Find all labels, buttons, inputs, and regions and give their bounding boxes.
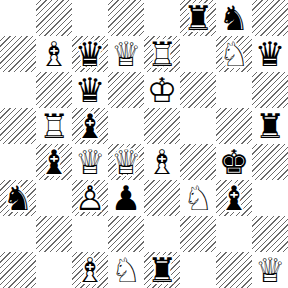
white-knight-piece[interactable]: ♞♘ xyxy=(108,252,144,288)
piece-outline-glyph: ♗ xyxy=(72,252,108,288)
piece-outline-glyph: ♘ xyxy=(108,252,144,288)
black-king-piece[interactable]: ♚♚ xyxy=(216,144,252,180)
square-a8[interactable] xyxy=(0,0,36,36)
piece-outline-glyph: ♝ xyxy=(36,144,72,180)
white-queen-piece[interactable]: ♛♕ xyxy=(252,252,288,288)
piece-outline-glyph: ♚ xyxy=(216,144,252,180)
white-knight-piece[interactable]: ♞♘ xyxy=(216,36,252,72)
white-queen-piece[interactable]: ♛♕ xyxy=(108,144,144,180)
square-f1[interactable] xyxy=(180,252,216,288)
square-e6[interactable]: ♚♔ xyxy=(144,72,180,108)
square-b1[interactable] xyxy=(36,252,72,288)
square-d8[interactable] xyxy=(108,0,144,36)
square-b5[interactable]: ♜♖ xyxy=(36,108,72,144)
square-g4[interactable]: ♚♚ xyxy=(216,144,252,180)
square-b7[interactable]: ♝♗ xyxy=(36,36,72,72)
square-c3[interactable]: ♟♙ xyxy=(72,180,108,216)
square-h4[interactable] xyxy=(252,144,288,180)
square-c6[interactable]: ♛♛ xyxy=(72,72,108,108)
piece-outline-glyph: ♕ xyxy=(252,252,288,288)
piece-outline-glyph: ♔ xyxy=(144,72,180,108)
square-e4[interactable]: ♝♗ xyxy=(144,144,180,180)
square-f8[interactable]: ♜♜ xyxy=(180,0,216,36)
black-bishop-piece[interactable]: ♝♝ xyxy=(36,144,72,180)
black-rook-piece[interactable]: ♜♜ xyxy=(180,0,216,36)
piece-outline-glyph: ♘ xyxy=(180,180,216,216)
square-g8[interactable]: ♞♞ xyxy=(216,0,252,36)
piece-outline-glyph: ♕ xyxy=(72,144,108,180)
square-d4[interactable]: ♛♕ xyxy=(108,144,144,180)
square-b2[interactable] xyxy=(36,216,72,252)
square-c4[interactable]: ♛♕ xyxy=(72,144,108,180)
white-rook-piece[interactable]: ♜♖ xyxy=(36,108,72,144)
square-g1[interactable] xyxy=(216,252,252,288)
piece-outline-glyph: ♘ xyxy=(216,36,252,72)
square-h6[interactable] xyxy=(252,72,288,108)
piece-outline-glyph: ♗ xyxy=(36,36,72,72)
square-d2[interactable] xyxy=(108,216,144,252)
square-b6[interactable] xyxy=(36,72,72,108)
piece-outline-glyph: ♛ xyxy=(72,36,108,72)
black-rook-piece[interactable]: ♜♜ xyxy=(252,108,288,144)
square-f2[interactable] xyxy=(180,216,216,252)
square-e5[interactable] xyxy=(144,108,180,144)
square-d7[interactable]: ♛♕ xyxy=(108,36,144,72)
square-g6[interactable] xyxy=(216,72,252,108)
piece-outline-glyph: ♜ xyxy=(252,108,288,144)
black-rook-piece[interactable]: ♜♜ xyxy=(144,252,180,288)
square-b3[interactable] xyxy=(36,180,72,216)
black-bishop-piece[interactable]: ♝♝ xyxy=(72,108,108,144)
square-c8[interactable] xyxy=(72,0,108,36)
square-d5[interactable] xyxy=(108,108,144,144)
square-a4[interactable] xyxy=(0,144,36,180)
piece-outline-glyph: ♜ xyxy=(144,252,180,288)
square-e8[interactable] xyxy=(144,0,180,36)
square-c1[interactable]: ♝♗ xyxy=(72,252,108,288)
square-c2[interactable] xyxy=(72,216,108,252)
square-b4[interactable]: ♝♝ xyxy=(36,144,72,180)
black-knight-piece[interactable]: ♞♞ xyxy=(216,0,252,36)
square-d3[interactable]: ♟♟ xyxy=(108,180,144,216)
black-bishop-piece[interactable]: ♝♝ xyxy=(216,180,252,216)
square-a2[interactable] xyxy=(0,216,36,252)
black-pawn-piece[interactable]: ♟♟ xyxy=(108,180,144,216)
black-knight-piece[interactable]: ♞♞ xyxy=(0,180,36,216)
piece-outline-glyph: ♖ xyxy=(36,108,72,144)
square-a7[interactable] xyxy=(0,36,36,72)
square-f5[interactable] xyxy=(180,108,216,144)
piece-outline-glyph: ♝ xyxy=(216,180,252,216)
square-h5[interactable]: ♜♜ xyxy=(252,108,288,144)
white-pawn-piece[interactable]: ♟♙ xyxy=(72,180,108,216)
white-bishop-piece[interactable]: ♝♗ xyxy=(72,252,108,288)
square-e3[interactable] xyxy=(144,180,180,216)
piece-outline-glyph: ♛ xyxy=(252,36,288,72)
piece-outline-glyph: ♝ xyxy=(72,108,108,144)
piece-outline-glyph: ♗ xyxy=(144,144,180,180)
square-h7[interactable]: ♛♛ xyxy=(252,36,288,72)
square-h3[interactable] xyxy=(252,180,288,216)
piece-outline-glyph: ♙ xyxy=(72,180,108,216)
white-king-piece[interactable]: ♚♔ xyxy=(144,72,180,108)
piece-outline-glyph: ♕ xyxy=(108,36,144,72)
square-d1[interactable]: ♞♘ xyxy=(108,252,144,288)
square-h1[interactable]: ♛♕ xyxy=(252,252,288,288)
square-g2[interactable] xyxy=(216,216,252,252)
white-rook-piece[interactable]: ♜♖ xyxy=(144,36,180,72)
square-h8[interactable] xyxy=(252,0,288,36)
square-f4[interactable] xyxy=(180,144,216,180)
square-c7[interactable]: ♛♛ xyxy=(72,36,108,72)
square-g5[interactable] xyxy=(216,108,252,144)
black-queen-piece[interactable]: ♛♛ xyxy=(252,36,288,72)
square-f3[interactable]: ♞♘ xyxy=(180,180,216,216)
white-bishop-piece[interactable]: ♝♗ xyxy=(144,144,180,180)
square-b8[interactable] xyxy=(36,0,72,36)
white-queen-piece[interactable]: ♛♕ xyxy=(108,36,144,72)
piece-outline-glyph: ♛ xyxy=(72,72,108,108)
black-queen-piece[interactable]: ♛♛ xyxy=(72,36,108,72)
square-e2[interactable] xyxy=(144,216,180,252)
square-a1[interactable] xyxy=(0,252,36,288)
white-queen-piece[interactable]: ♛♕ xyxy=(72,144,108,180)
square-g3[interactable]: ♝♝ xyxy=(216,180,252,216)
square-a6[interactable] xyxy=(0,72,36,108)
square-f6[interactable] xyxy=(180,72,216,108)
piece-outline-glyph: ♕ xyxy=(108,144,144,180)
chess-board: ♜♜♞♞♝♗♛♛♛♕♜♖♞♘♛♛♛♛♚♔♜♖♝♝♜♜♝♝♛♕♛♕♝♗♚♚♞♞♟♙… xyxy=(0,0,288,288)
square-h2[interactable] xyxy=(252,216,288,252)
square-c5[interactable]: ♝♝ xyxy=(72,108,108,144)
black-queen-piece[interactable]: ♛♛ xyxy=(72,72,108,108)
square-e1[interactable]: ♜♜ xyxy=(144,252,180,288)
square-a3[interactable]: ♞♞ xyxy=(0,180,36,216)
square-e7[interactable]: ♜♖ xyxy=(144,36,180,72)
piece-outline-glyph: ♜ xyxy=(180,0,216,36)
square-f7[interactable] xyxy=(180,36,216,72)
piece-outline-glyph: ♞ xyxy=(0,180,36,216)
piece-outline-glyph: ♞ xyxy=(216,0,252,36)
white-bishop-piece[interactable]: ♝♗ xyxy=(36,36,72,72)
white-knight-piece[interactable]: ♞♘ xyxy=(180,180,216,216)
square-g7[interactable]: ♞♘ xyxy=(216,36,252,72)
square-a5[interactable] xyxy=(0,108,36,144)
square-d6[interactable] xyxy=(108,72,144,108)
piece-outline-glyph: ♖ xyxy=(144,36,180,72)
piece-outline-glyph: ♟ xyxy=(108,180,144,216)
